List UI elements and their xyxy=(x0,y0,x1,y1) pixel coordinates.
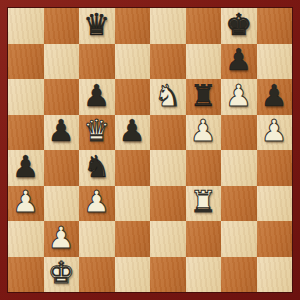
piece-black-rook-f6[interactable]: ♜ xyxy=(190,81,217,111)
square-h6[interactable]: ♟ xyxy=(257,79,293,115)
square-h4[interactable] xyxy=(257,150,293,186)
square-b1[interactable]: ♚ xyxy=(44,257,80,293)
square-g4[interactable] xyxy=(221,150,257,186)
piece-white-king-b1[interactable]: ♚ xyxy=(48,258,75,288)
square-h8[interactable] xyxy=(257,8,293,44)
square-g8[interactable]: ♚ xyxy=(221,8,257,44)
square-d1[interactable] xyxy=(115,257,151,293)
square-f2[interactable] xyxy=(186,221,222,257)
piece-black-pawn-h6[interactable]: ♟ xyxy=(261,81,288,111)
square-b3[interactable] xyxy=(44,186,80,222)
square-g2[interactable] xyxy=(221,221,257,257)
piece-white-pawn-c3[interactable]: ♟ xyxy=(83,187,110,217)
square-c6[interactable]: ♟ xyxy=(79,79,115,115)
square-b6[interactable] xyxy=(44,79,80,115)
square-a1[interactable] xyxy=(8,257,44,293)
square-a3[interactable]: ♟ xyxy=(8,186,44,222)
square-g1[interactable] xyxy=(221,257,257,293)
square-c5[interactable]: ♛ xyxy=(79,115,115,151)
square-c3[interactable]: ♟ xyxy=(79,186,115,222)
square-f5[interactable]: ♟ xyxy=(186,115,222,151)
square-a6[interactable] xyxy=(8,79,44,115)
square-h1[interactable] xyxy=(257,257,293,293)
piece-black-queen-c8[interactable]: ♛ xyxy=(83,10,110,40)
square-d4[interactable] xyxy=(115,150,151,186)
piece-white-pawn-a3[interactable]: ♟ xyxy=(12,187,39,217)
square-f4[interactable] xyxy=(186,150,222,186)
square-a4[interactable]: ♟ xyxy=(8,150,44,186)
square-f3[interactable]: ♜ xyxy=(186,186,222,222)
square-c4[interactable]: ♞ xyxy=(79,150,115,186)
piece-black-pawn-g7[interactable]: ♟ xyxy=(225,45,252,75)
square-g6[interactable]: ♟ xyxy=(221,79,257,115)
square-b2[interactable]: ♟ xyxy=(44,221,80,257)
square-b8[interactable] xyxy=(44,8,80,44)
square-h7[interactable] xyxy=(257,44,293,80)
piece-black-pawn-a4[interactable]: ♟ xyxy=(12,152,39,182)
square-f7[interactable] xyxy=(186,44,222,80)
square-e6[interactable]: ♞ xyxy=(150,79,186,115)
square-b4[interactable] xyxy=(44,150,80,186)
square-e4[interactable] xyxy=(150,150,186,186)
square-b7[interactable] xyxy=(44,44,80,80)
square-a8[interactable] xyxy=(8,8,44,44)
square-d7[interactable] xyxy=(115,44,151,80)
square-h2[interactable] xyxy=(257,221,293,257)
square-e8[interactable] xyxy=(150,8,186,44)
piece-white-pawn-g6[interactable]: ♟ xyxy=(225,81,252,111)
square-g5[interactable] xyxy=(221,115,257,151)
square-h3[interactable] xyxy=(257,186,293,222)
board-frame: ♛♚♟♟♞♜♟♟♟♛♟♟♟♟♞♟♟♜♟♚ xyxy=(0,0,300,300)
square-a5[interactable] xyxy=(8,115,44,151)
square-a2[interactable] xyxy=(8,221,44,257)
piece-white-pawn-b2[interactable]: ♟ xyxy=(48,223,75,253)
piece-white-knight-e6[interactable]: ♞ xyxy=(154,81,181,111)
square-f1[interactable] xyxy=(186,257,222,293)
square-c8[interactable]: ♛ xyxy=(79,8,115,44)
square-d8[interactable] xyxy=(115,8,151,44)
square-a7[interactable] xyxy=(8,44,44,80)
piece-black-pawn-d5[interactable]: ♟ xyxy=(119,116,146,146)
square-d2[interactable] xyxy=(115,221,151,257)
chess-board: ♛♚♟♟♞♜♟♟♟♛♟♟♟♟♞♟♟♜♟♚ xyxy=(8,8,292,292)
piece-white-pawn-f5[interactable]: ♟ xyxy=(190,116,217,146)
piece-black-king-g8[interactable]: ♚ xyxy=(225,10,252,40)
square-e1[interactable] xyxy=(150,257,186,293)
square-f8[interactable] xyxy=(186,8,222,44)
square-d6[interactable] xyxy=(115,79,151,115)
square-e7[interactable] xyxy=(150,44,186,80)
piece-white-rook-f3[interactable]: ♜ xyxy=(190,187,217,217)
piece-black-pawn-c6[interactable]: ♟ xyxy=(83,81,110,111)
piece-white-queen-c5[interactable]: ♛ xyxy=(83,116,110,146)
square-g7[interactable]: ♟ xyxy=(221,44,257,80)
square-b5[interactable]: ♟ xyxy=(44,115,80,151)
square-g3[interactable] xyxy=(221,186,257,222)
piece-white-pawn-h5[interactable]: ♟ xyxy=(261,116,288,146)
square-e3[interactable] xyxy=(150,186,186,222)
piece-black-knight-c4[interactable]: ♞ xyxy=(83,152,110,182)
square-d5[interactable]: ♟ xyxy=(115,115,151,151)
square-h5[interactable]: ♟ xyxy=(257,115,293,151)
square-d3[interactable] xyxy=(115,186,151,222)
square-e2[interactable] xyxy=(150,221,186,257)
square-f6[interactable]: ♜ xyxy=(186,79,222,115)
square-c7[interactable] xyxy=(79,44,115,80)
square-c2[interactable] xyxy=(79,221,115,257)
square-e5[interactable] xyxy=(150,115,186,151)
square-c1[interactable] xyxy=(79,257,115,293)
piece-black-pawn-b5[interactable]: ♟ xyxy=(48,116,75,146)
